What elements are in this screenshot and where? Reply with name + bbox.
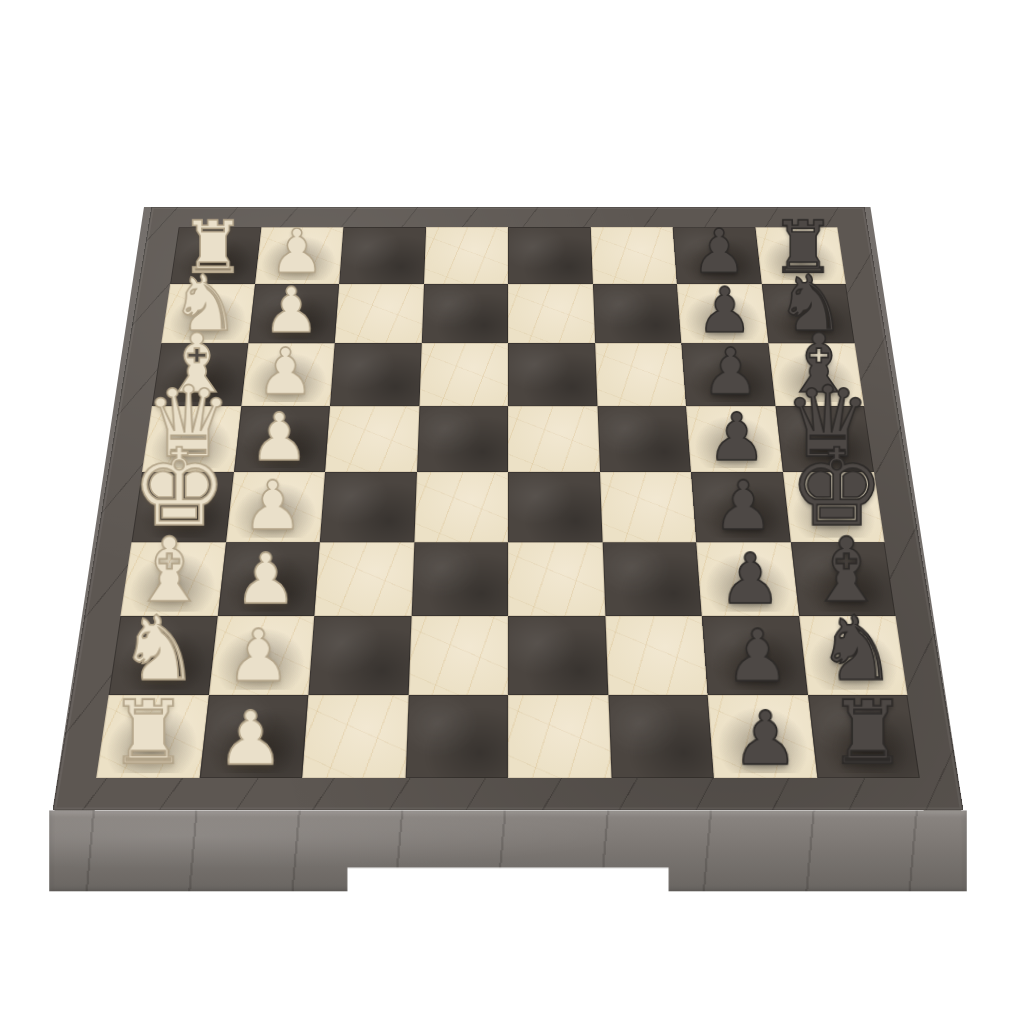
board-square[interactable] [414, 472, 508, 542]
board-square[interactable] [424, 227, 508, 283]
board-square[interactable]: ♟ [708, 695, 817, 778]
board-square[interactable] [421, 284, 508, 343]
board-square[interactable] [335, 284, 424, 343]
board-square[interactable] [605, 616, 708, 695]
board-square[interactable]: ♟ [696, 542, 798, 616]
chess-piece-wN[interactable]: ♞ [119, 606, 199, 691]
board-square[interactable] [405, 695, 508, 778]
board-grid: ♜♟♟♜♞♟♟♞♝♟♟♝♛♟♟♛♚♟♟♚♝♟♟♝♞♟♟♞♜♟♟♜ [96, 227, 920, 778]
chess-piece-bP[interactable]: ♟ [707, 407, 766, 470]
board-square[interactable]: ♟ [691, 472, 790, 542]
chess-piece-bP[interactable]: ♟ [692, 224, 747, 282]
chess-piece-bP[interactable]: ♟ [696, 281, 752, 340]
chess-piece-wP[interactable]: ♟ [218, 704, 285, 774]
board-square[interactable] [508, 695, 611, 778]
board-square[interactable] [600, 472, 697, 542]
chess-piece-bP[interactable]: ♟ [732, 704, 799, 774]
board-square[interactable] [325, 406, 419, 472]
chess-piece-bP[interactable]: ♟ [725, 623, 789, 691]
board-square[interactable] [330, 343, 421, 406]
board-square[interactable]: ♟ [199, 695, 308, 778]
board-square[interactable]: ♟ [702, 616, 808, 695]
board-square[interactable] [508, 542, 605, 616]
chess-piece-bR[interactable]: ♜ [829, 691, 908, 774]
chess-piece-bP[interactable]: ♟ [719, 547, 782, 613]
board-square[interactable] [508, 227, 592, 283]
board-square[interactable] [608, 695, 714, 778]
board-square[interactable] [408, 616, 508, 695]
board-square[interactable] [592, 284, 681, 343]
board-square[interactable] [508, 472, 602, 542]
board-square[interactable]: ♜ [808, 695, 920, 778]
chess-piece-wP[interactable]: ♟ [270, 224, 325, 282]
board-square[interactable] [339, 227, 426, 283]
board-square[interactable]: ♟ [686, 406, 782, 472]
board-square[interactable] [411, 542, 508, 616]
board-square[interactable]: ♟ [226, 472, 325, 542]
board-square[interactable] [308, 616, 411, 695]
board-square[interactable]: ♟ [208, 616, 314, 695]
board-square[interactable] [320, 472, 417, 542]
board-square[interactable]: ♜ [96, 695, 208, 778]
board-square[interactable] [314, 542, 414, 616]
chess-board: ♜♟♟♜♞♟♟♞♝♟♟♝♛♟♟♛♚♟♟♚♝♟♟♝♞♟♟♞♜♟♟♜ [53, 207, 964, 810]
chess-piece-bP[interactable]: ♟ [713, 475, 774, 539]
board-square[interactable] [595, 343, 686, 406]
board-square[interactable] [508, 284, 595, 343]
board-square[interactable] [508, 616, 608, 695]
chess-piece-wP[interactable]: ♟ [235, 547, 298, 613]
board-apron-front-face [49, 810, 967, 894]
chess-piece-wP[interactable]: ♟ [250, 407, 309, 470]
board-border-band: ♜♟♟♜♞♟♟♞♝♟♟♝♛♟♟♛♚♟♟♚♝♟♟♝♞♟♟♞♜♟♟♜ [53, 207, 964, 810]
photo-background: ♜♟♟♜♞♟♟♞♝♟♟♝♛♟♟♛♚♟♟♚♝♟♟♝♞♟♟♞♜♟♟♜ [0, 0, 1024, 1024]
board-square[interactable] [417, 406, 509, 472]
chess-piece-wR[interactable]: ♜ [109, 691, 188, 774]
chess-piece-bN[interactable]: ♞ [817, 606, 897, 691]
chess-piece-wP[interactable]: ♟ [226, 623, 290, 691]
board-square[interactable]: ♟ [217, 542, 319, 616]
board-square[interactable] [419, 343, 508, 406]
board-square[interactable] [597, 406, 691, 472]
board-square[interactable] [508, 406, 600, 472]
chess-piece-bP[interactable]: ♟ [702, 342, 760, 403]
board-square[interactable]: ♟ [234, 406, 330, 472]
chess-piece-wP[interactable]: ♟ [243, 475, 304, 539]
chess-piece-wP[interactable]: ♟ [264, 281, 320, 340]
board-square[interactable] [302, 695, 408, 778]
chess-piece-wP[interactable]: ♟ [257, 342, 315, 403]
board-square[interactable]: ♟ [241, 343, 335, 406]
board-square[interactable] [602, 542, 702, 616]
board-square[interactable]: ♟ [681, 343, 775, 406]
board-square[interactable] [508, 343, 597, 406]
board-square[interactable] [590, 227, 677, 283]
